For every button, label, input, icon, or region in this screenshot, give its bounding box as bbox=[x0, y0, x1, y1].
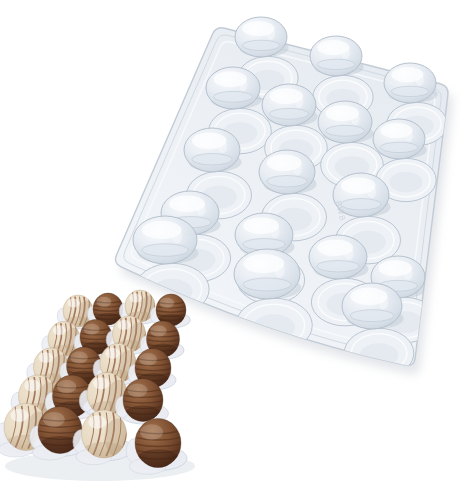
dome-side-glint bbox=[404, 268, 413, 281]
truffle-highlight bbox=[53, 325, 66, 335]
dome-side-glint bbox=[274, 263, 285, 278]
truffle-highlight bbox=[39, 352, 53, 363]
dome-base-line bbox=[341, 199, 381, 210]
dark-truffle bbox=[126, 419, 187, 475]
truffle-highlight bbox=[117, 320, 130, 330]
truffle-highlight bbox=[84, 324, 100, 335]
dome-side-glint bbox=[379, 296, 389, 310]
dome-side-glint bbox=[416, 74, 424, 86]
truffle-highlight bbox=[159, 298, 174, 308]
dome-side-glint bbox=[293, 162, 302, 175]
dome-base-line bbox=[192, 154, 232, 165]
truffle-highlight bbox=[150, 325, 167, 337]
truffle-highlight bbox=[105, 348, 119, 359]
truffle-pile bbox=[0, 290, 195, 481]
dome-base-line bbox=[326, 125, 365, 136]
truffle-highlight bbox=[88, 415, 106, 428]
dome-side-glint bbox=[218, 140, 227, 153]
truffle-highlight bbox=[127, 383, 147, 397]
dome-side-glint bbox=[367, 185, 376, 198]
dome-base-line bbox=[317, 261, 359, 272]
truffle-highlight bbox=[139, 353, 157, 365]
dome-side-glint bbox=[172, 229, 182, 243]
dome-side-glint bbox=[344, 247, 353, 260]
truffle-highlight bbox=[140, 424, 163, 440]
dome-side-glint bbox=[196, 203, 205, 216]
truffle-highlight bbox=[43, 412, 65, 427]
truffle-highlight bbox=[96, 297, 111, 307]
truffle-highlight bbox=[24, 380, 40, 392]
dome-base-line bbox=[380, 142, 417, 152]
truffle-highlight bbox=[70, 351, 88, 363]
dome-side-glint bbox=[342, 47, 350, 59]
truffle-highlight bbox=[93, 377, 109, 389]
dome-side-glint bbox=[405, 130, 413, 142]
dome-side-glint bbox=[239, 79, 248, 92]
dome-base-line bbox=[267, 176, 307, 187]
dome-side-glint bbox=[270, 225, 279, 238]
dome-base-line bbox=[214, 91, 253, 102]
dome-side-glint bbox=[267, 28, 275, 40]
brim-inner-shade bbox=[389, 172, 422, 193]
dome-side-glint bbox=[295, 96, 304, 109]
dome-base-line bbox=[142, 244, 188, 256]
product-photo: BWB bbox=[0, 0, 463, 500]
dome-base-line bbox=[270, 108, 309, 119]
dome-base-line bbox=[350, 310, 393, 322]
dome-base-line bbox=[243, 278, 291, 291]
mold-and-truffles-scene: BWB bbox=[0, 0, 463, 500]
dome-base-line bbox=[243, 239, 285, 250]
dome-base-line bbox=[317, 59, 354, 69]
truffle-highlight bbox=[57, 380, 77, 393]
dome-base-line bbox=[242, 40, 279, 50]
dome-side-glint bbox=[351, 113, 360, 126]
truffle-highlight bbox=[68, 299, 80, 308]
truffle-highlight bbox=[130, 294, 142, 303]
dome-base-line bbox=[391, 86, 428, 96]
truffle-highlight bbox=[11, 409, 29, 422]
